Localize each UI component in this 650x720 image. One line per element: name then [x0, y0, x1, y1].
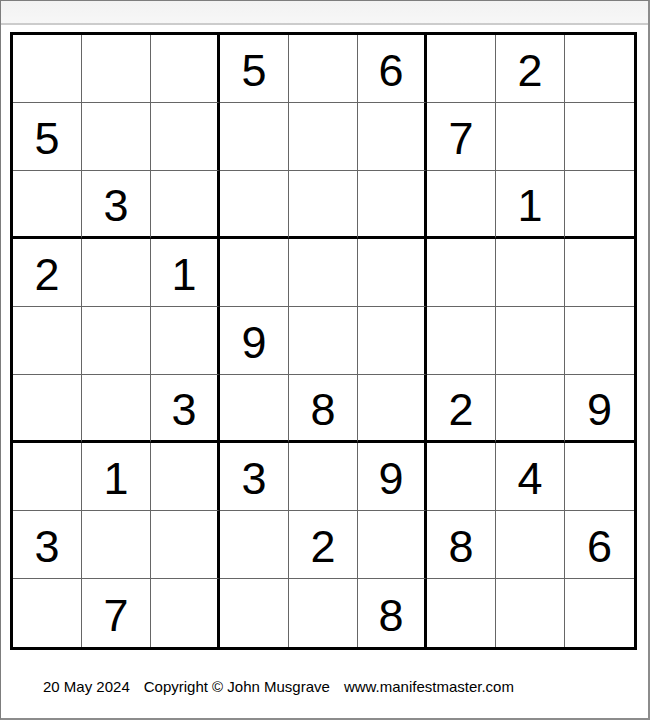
cell-r9c4[interactable] — [220, 579, 289, 647]
footer-date: 20 May 2024 — [43, 678, 130, 695]
cell-r7c9[interactable] — [565, 443, 634, 511]
cell-r1c5[interactable] — [289, 35, 358, 103]
cell-r8c8[interactable] — [496, 511, 565, 579]
cell-r2c7[interactable]: 7 — [427, 103, 496, 171]
cell-r1c8[interactable]: 2 — [496, 35, 565, 103]
cell-r7c7[interactable] — [427, 443, 496, 511]
cell-r8c2[interactable] — [82, 511, 151, 579]
cell-r4c8[interactable] — [496, 239, 565, 307]
cell-r4c4[interactable] — [220, 239, 289, 307]
cell-r6c2[interactable] — [82, 375, 151, 443]
cell-r6c6[interactable] — [358, 375, 427, 443]
cell-r3c1[interactable] — [13, 171, 82, 239]
cell-r9c1[interactable] — [13, 579, 82, 647]
cell-r3c6[interactable] — [358, 171, 427, 239]
cell-r8c6[interactable] — [358, 511, 427, 579]
cell-r6c5[interactable]: 8 — [289, 375, 358, 443]
cell-r4c3[interactable]: 1 — [151, 239, 220, 307]
cell-r5c8[interactable] — [496, 307, 565, 375]
cell-r4c2[interactable] — [82, 239, 151, 307]
cell-r6c7[interactable]: 2 — [427, 375, 496, 443]
cell-r3c9[interactable] — [565, 171, 634, 239]
cell-r6c4[interactable] — [220, 375, 289, 443]
top-bar — [1, 1, 648, 25]
cell-r6c9[interactable]: 9 — [565, 375, 634, 443]
sudoku-board: 562573121938291394328678 — [10, 32, 637, 650]
cell-r4c1[interactable]: 2 — [13, 239, 82, 307]
cell-r7c1[interactable] — [13, 443, 82, 511]
cell-r7c3[interactable] — [151, 443, 220, 511]
cell-r8c3[interactable] — [151, 511, 220, 579]
cell-r2c4[interactable] — [220, 103, 289, 171]
cell-r9c6[interactable]: 8 — [358, 579, 427, 647]
cell-r3c4[interactable] — [220, 171, 289, 239]
cell-r2c9[interactable] — [565, 103, 634, 171]
cell-r5c7[interactable] — [427, 307, 496, 375]
cell-r1c9[interactable] — [565, 35, 634, 103]
cell-r7c8[interactable]: 4 — [496, 443, 565, 511]
cell-r1c2[interactable] — [82, 35, 151, 103]
cell-r7c6[interactable]: 9 — [358, 443, 427, 511]
cell-r9c5[interactable] — [289, 579, 358, 647]
cell-r8c9[interactable]: 6 — [565, 511, 634, 579]
cell-r9c8[interactable] — [496, 579, 565, 647]
cell-r4c7[interactable] — [427, 239, 496, 307]
cell-r1c6[interactable]: 6 — [358, 35, 427, 103]
cell-r8c7[interactable]: 8 — [427, 511, 496, 579]
cell-r9c2[interactable]: 7 — [82, 579, 151, 647]
cell-r1c1[interactable] — [13, 35, 82, 103]
cell-r5c1[interactable] — [13, 307, 82, 375]
cell-r5c3[interactable] — [151, 307, 220, 375]
cell-r2c5[interactable] — [289, 103, 358, 171]
cell-r3c2[interactable]: 3 — [82, 171, 151, 239]
cell-r2c3[interactable] — [151, 103, 220, 171]
cell-r8c5[interactable]: 2 — [289, 511, 358, 579]
cell-r3c5[interactable] — [289, 171, 358, 239]
cell-r6c1[interactable] — [13, 375, 82, 443]
cell-r5c9[interactable] — [565, 307, 634, 375]
cell-r1c7[interactable] — [427, 35, 496, 103]
cell-r5c5[interactable] — [289, 307, 358, 375]
cell-r1c3[interactable] — [151, 35, 220, 103]
cell-r4c5[interactable] — [289, 239, 358, 307]
cell-r3c8[interactable]: 1 — [496, 171, 565, 239]
cell-r8c4[interactable] — [220, 511, 289, 579]
puzzle-page: 562573121938291394328678 20 May 2024 Cop… — [0, 0, 650, 720]
cell-r8c1[interactable]: 3 — [13, 511, 82, 579]
cell-r5c4[interactable]: 9 — [220, 307, 289, 375]
footer: 20 May 2024 Copyright © John Musgrave ww… — [43, 678, 648, 695]
cell-r5c6[interactable] — [358, 307, 427, 375]
cell-r1c4[interactable]: 5 — [220, 35, 289, 103]
cell-r3c3[interactable] — [151, 171, 220, 239]
cell-r7c2[interactable]: 1 — [82, 443, 151, 511]
cell-r6c3[interactable]: 3 — [151, 375, 220, 443]
cell-r4c9[interactable] — [565, 239, 634, 307]
footer-copyright: Copyright © John Musgrave — [144, 678, 330, 695]
cell-r9c3[interactable] — [151, 579, 220, 647]
cell-r2c2[interactable] — [82, 103, 151, 171]
cell-r2c6[interactable] — [358, 103, 427, 171]
cell-r9c9[interactable] — [565, 579, 634, 647]
cell-r2c8[interactable] — [496, 103, 565, 171]
cell-r7c4[interactable]: 3 — [220, 443, 289, 511]
cell-r9c7[interactable] — [427, 579, 496, 647]
cell-r2c1[interactable]: 5 — [13, 103, 82, 171]
cell-r3c7[interactable] — [427, 171, 496, 239]
cell-r4c6[interactable] — [358, 239, 427, 307]
cell-r6c8[interactable] — [496, 375, 565, 443]
cell-r7c5[interactable] — [289, 443, 358, 511]
cell-r5c2[interactable] — [82, 307, 151, 375]
footer-website: www.manifestmaster.com — [344, 678, 514, 695]
